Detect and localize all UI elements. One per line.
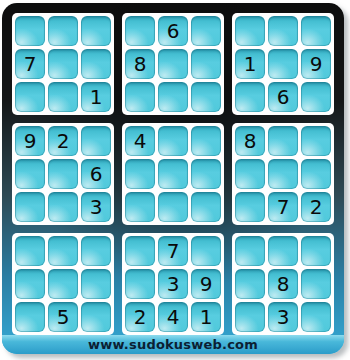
cell-r3c4[interactable] [125,82,155,112]
cell-r4c4[interactable]: 4 [125,126,155,156]
cell-r1c6[interactable] [191,16,221,46]
footer-bar: www.sudokusweb.com [2,335,344,354]
cell-r2c5[interactable] [158,49,188,79]
cell-r1c7[interactable] [235,16,265,46]
cell-r9c3[interactable] [81,302,111,332]
cell-r8c2[interactable] [48,269,78,299]
cell-r7c2[interactable] [48,236,78,266]
cell-r7c9[interactable] [301,236,331,266]
cell-r3c7[interactable] [235,82,265,112]
cell-r1c4[interactable] [125,16,155,46]
cell-r8c8[interactable]: 8 [268,269,298,299]
cell-r3c6[interactable] [191,82,221,112]
cell-r5c8[interactable] [268,159,298,189]
cell-r2c4[interactable]: 8 [125,49,155,79]
cell-r4c2[interactable]: 2 [48,126,78,156]
cell-r1c9[interactable] [301,16,331,46]
cell-r9c7[interactable] [235,302,265,332]
sudoku-board-frame: 716819692634872573924183 www.sudokusweb.… [2,3,344,354]
cell-r8c4[interactable] [125,269,155,299]
cell-r6c6[interactable] [191,192,221,222]
cell-r3c3[interactable]: 1 [81,82,111,112]
box-3: 196 [232,13,334,115]
cell-r6c3[interactable]: 3 [81,192,111,222]
cell-r9c5[interactable]: 4 [158,302,188,332]
cell-r6c9[interactable]: 2 [301,192,331,222]
cell-r8c9[interactable] [301,269,331,299]
box-9: 83 [232,233,334,335]
cell-r6c7[interactable] [235,192,265,222]
cell-r2c7[interactable]: 1 [235,49,265,79]
cell-r6c8[interactable]: 7 [268,192,298,222]
cell-r2c6[interactable] [191,49,221,79]
cell-r1c1[interactable] [15,16,45,46]
cell-r2c3[interactable] [81,49,111,79]
cell-r6c1[interactable] [15,192,45,222]
cell-r8c7[interactable] [235,269,265,299]
cell-r1c5[interactable]: 6 [158,16,188,46]
box-1: 71 [12,13,114,115]
cell-r2c2[interactable] [48,49,78,79]
cell-r3c9[interactable] [301,82,331,112]
cell-r8c5[interactable]: 3 [158,269,188,299]
cell-r2c8[interactable] [268,49,298,79]
cell-r5c3[interactable]: 6 [81,159,111,189]
cell-r4c8[interactable] [268,126,298,156]
cell-r3c5[interactable] [158,82,188,112]
cell-r4c3[interactable] [81,126,111,156]
box-2: 68 [122,13,224,115]
cell-r7c8[interactable] [268,236,298,266]
cell-r3c8[interactable]: 6 [268,82,298,112]
cell-r6c5[interactable] [158,192,188,222]
cell-r8c1[interactable] [15,269,45,299]
cell-r4c1[interactable]: 9 [15,126,45,156]
cell-r7c1[interactable] [15,236,45,266]
cell-r5c6[interactable] [191,159,221,189]
box-7: 5 [12,233,114,335]
cell-r8c3[interactable] [81,269,111,299]
cell-r5c1[interactable] [15,159,45,189]
cell-r3c1[interactable] [15,82,45,112]
cell-r7c6[interactable] [191,236,221,266]
cell-r7c5[interactable]: 7 [158,236,188,266]
box-4: 9263 [12,123,114,225]
cell-r9c2[interactable]: 5 [48,302,78,332]
cell-r5c5[interactable] [158,159,188,189]
cell-r9c8[interactable]: 3 [268,302,298,332]
cell-r6c4[interactable] [125,192,155,222]
cell-r5c9[interactable] [301,159,331,189]
box-5: 4 [122,123,224,225]
cell-r1c3[interactable] [81,16,111,46]
cell-r9c9[interactable] [301,302,331,332]
cell-r5c4[interactable] [125,159,155,189]
site-url[interactable]: www.sudokusweb.com [88,337,258,352]
cell-r4c6[interactable] [191,126,221,156]
cell-r9c1[interactable] [15,302,45,332]
cell-r5c7[interactable] [235,159,265,189]
cell-r5c2[interactable] [48,159,78,189]
cell-r7c7[interactable] [235,236,265,266]
cell-r2c1[interactable]: 7 [15,49,45,79]
cell-r3c2[interactable] [48,82,78,112]
cell-r7c4[interactable] [125,236,155,266]
cell-r7c3[interactable] [81,236,111,266]
cell-r6c2[interactable] [48,192,78,222]
cell-r4c5[interactable] [158,126,188,156]
sudoku-grid: 716819692634872573924183 [12,13,334,335]
cell-r9c4[interactable]: 2 [125,302,155,332]
cell-r2c9[interactable]: 9 [301,49,331,79]
cell-r4c9[interactable] [301,126,331,156]
cell-r1c2[interactable] [48,16,78,46]
box-8: 739241 [122,233,224,335]
cell-r9c6[interactable]: 1 [191,302,221,332]
cell-r4c7[interactable]: 8 [235,126,265,156]
box-6: 872 [232,123,334,225]
cell-r1c8[interactable] [268,16,298,46]
cell-r8c6[interactable]: 9 [191,269,221,299]
